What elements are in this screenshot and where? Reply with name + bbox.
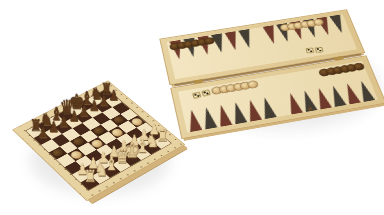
backgammon-point	[225, 31, 241, 51]
backgammon-case-plane	[159, 9, 384, 143]
checker-row-bottom-dark	[318, 63, 362, 77]
backgammon-point	[259, 96, 277, 119]
bar-gap	[273, 94, 288, 116]
die	[201, 89, 211, 96]
chess-board: ♜♞♝♛♚♝♞♜♟♟♟♟♟♟♟♟♟♟♟♟♟♟♟♟♜♞♝♛♚♝♞♜	[19, 58, 177, 215]
backgammon-point	[285, 92, 303, 114]
chess-piece-glyph: ♟	[31, 126, 55, 140]
chess-board-plane: ♜♞♝♛♚♝♞♜♟♟♟♟♟♟♟♟♟♟♟♟♟♟♟♟♜♞♝♛♚♝♞♜	[12, 80, 185, 201]
dice-pair-bottom	[192, 89, 211, 99]
backgammon-point	[215, 104, 232, 127]
backgammon-case	[164, 0, 376, 148]
checker-row-bottom-light	[211, 80, 256, 95]
product-photo-scene: ♜♞♝♛♚♝♞♜♟♟♟♟♟♟♟♟♟♟♟♟♟♟♟♟♜♞♝♛♚♝♞♜	[0, 0, 384, 215]
bar-gap	[252, 27, 266, 46]
die	[306, 48, 314, 54]
chess-piece-glyph: ♜	[78, 168, 103, 185]
backgammon-point	[327, 85, 346, 107]
chess-board-frame: ♜♞♝♛♚♝♞♜♟♟♟♟♟♟♟♟♟♟♟♟♟♟♟♟♜♞♝♛♚♝♞♜	[12, 80, 185, 201]
chess-square-a1: ♜	[80, 176, 99, 190]
dice-pair-top	[306, 47, 324, 53]
chess-grid: ♜♞♝♛♚♝♞♜♟♟♟♟♟♟♟♟♟♟♟♟♟♟♟♟♜♞♝♛♚♝♞♜	[25, 89, 172, 191]
backgammon-point	[263, 25, 280, 45]
backgammon-point	[342, 82, 361, 104]
backgammon-point	[230, 101, 248, 124]
backgammon-point	[211, 33, 227, 53]
backgammon-point	[356, 80, 375, 102]
die	[315, 47, 323, 53]
backgammon-point	[329, 15, 347, 34]
checker-disc-dark	[92, 126, 106, 136]
backgammon-point	[313, 87, 332, 109]
backgammon-point	[244, 99, 262, 122]
backgammon-point	[238, 29, 255, 49]
die	[192, 92, 202, 99]
backgammon-point	[200, 106, 217, 129]
backgammon-point	[185, 109, 202, 132]
